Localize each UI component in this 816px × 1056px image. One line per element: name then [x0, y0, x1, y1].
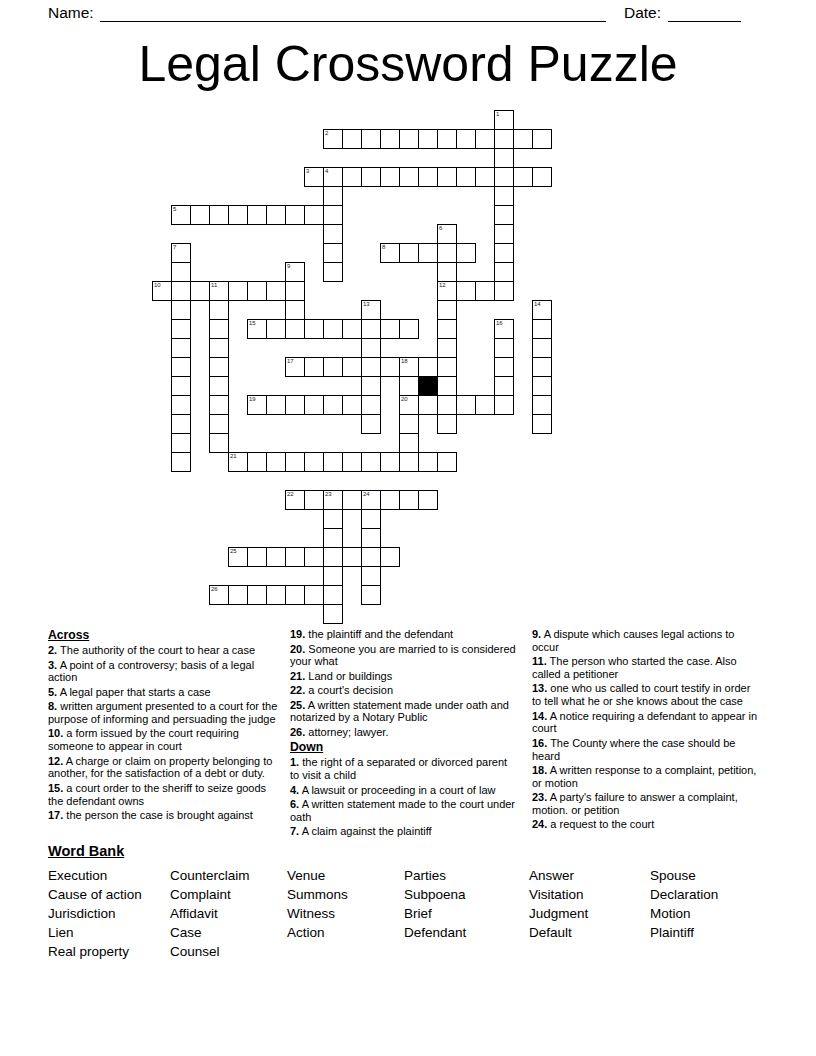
- clue-number: 6.: [290, 798, 299, 810]
- word-bank-item: Judgment: [529, 904, 588, 923]
- grid-cell[interactable]: [418, 167, 438, 187]
- clue-5: 5. A legal paper that starts a case: [48, 686, 284, 699]
- clue-15: 15. a court order to the sheriff to seiz…: [48, 782, 284, 807]
- grid-cell[interactable]: [475, 167, 495, 187]
- grid-cell[interactable]: [437, 376, 457, 396]
- clues-across-header: Across: [48, 628, 284, 642]
- grid-cell[interactable]: 12: [437, 281, 457, 301]
- grid-cell[interactable]: [361, 376, 381, 396]
- cell-number: 14: [534, 301, 541, 308]
- grid-cell[interactable]: 1: [494, 110, 514, 130]
- grid-cell[interactable]: [494, 262, 514, 282]
- grid-cell[interactable]: [190, 205, 210, 225]
- clue-column-1: Across2. The authority of the court to h…: [48, 628, 284, 824]
- grid-cell[interactable]: [323, 547, 343, 567]
- cell-number: 9: [287, 263, 290, 270]
- word-bank-item: Counsel: [170, 942, 250, 961]
- grid-cell[interactable]: [323, 528, 343, 548]
- cell-number: 25: [230, 548, 237, 555]
- grid-cell[interactable]: [399, 433, 419, 453]
- grid-cell[interactable]: [361, 585, 381, 605]
- grid-cell[interactable]: [456, 395, 476, 415]
- grid-cell[interactable]: [304, 205, 324, 225]
- grid-cell[interactable]: [418, 490, 438, 510]
- grid-cell[interactable]: 25: [228, 547, 248, 567]
- grid-cell[interactable]: [323, 205, 343, 225]
- grid-cell[interactable]: [361, 395, 381, 415]
- grid-cell[interactable]: [418, 452, 438, 472]
- clue-12: 12. A charge or claim on property belong…: [48, 755, 284, 780]
- grid-cell[interactable]: 19: [247, 395, 267, 415]
- grid-cell[interactable]: [456, 129, 476, 149]
- grid-cell[interactable]: [532, 319, 552, 339]
- grid-cell[interactable]: 10: [152, 281, 172, 301]
- grid-cell[interactable]: [361, 547, 381, 567]
- grid-cell[interactable]: [437, 262, 457, 282]
- grid-cell[interactable]: [285, 395, 305, 415]
- grid-cell[interactable]: [209, 376, 229, 396]
- grid-cell[interactable]: [266, 205, 286, 225]
- grid-cell[interactable]: [323, 452, 343, 472]
- grid-cell[interactable]: [266, 395, 286, 415]
- grid-cell[interactable]: [247, 205, 267, 225]
- clue-number: 21.: [290, 670, 305, 682]
- word-bank: Word Bank ExecutionCause of actionJurisd…: [48, 843, 788, 860]
- grid-cell[interactable]: 7: [171, 243, 191, 263]
- word-bank-item: Parties: [404, 866, 466, 885]
- grid-cell[interactable]: 5: [171, 205, 191, 225]
- grid-cell[interactable]: [532, 376, 552, 396]
- clue-number: 9.: [532, 628, 541, 640]
- grid-cell[interactable]: [437, 338, 457, 358]
- clue-number: 25.: [290, 699, 305, 711]
- grid-cell[interactable]: 15: [247, 319, 267, 339]
- grid-cell[interactable]: [361, 129, 381, 149]
- clue-number: 26.: [290, 726, 305, 738]
- grid-cell[interactable]: [342, 395, 362, 415]
- word-bank-item: Affidavit: [170, 904, 250, 923]
- cell-number: 15: [249, 320, 256, 327]
- word-bank-item: Plaintiff: [650, 923, 718, 942]
- grid-cell[interactable]: [266, 547, 286, 567]
- grid-cell[interactable]: [399, 376, 419, 396]
- grid-cell[interactable]: [437, 414, 457, 434]
- word-bank-column-2: CounterclaimComplaintAffidavitCaseCounse…: [170, 866, 250, 961]
- cell-number: 12: [439, 282, 446, 289]
- grid-cell[interactable]: [494, 376, 514, 396]
- grid-cell[interactable]: [418, 357, 438, 377]
- grid-cell[interactable]: [209, 395, 229, 415]
- clue-8: 8. written argument presented to a court…: [48, 700, 284, 725]
- grid-cell[interactable]: [342, 547, 362, 567]
- grid-cell[interactable]: [247, 452, 267, 472]
- cell-number: 11: [211, 282, 217, 289]
- clue-column-2: 19. the plaintiff and the defendant20. S…: [290, 628, 518, 840]
- grid-cell[interactable]: [380, 357, 400, 377]
- clue-column-3: 9. A dispute which causes legal actions …: [532, 628, 762, 833]
- word-bank-item: Witness: [287, 904, 348, 923]
- grid-cell[interactable]: [304, 452, 324, 472]
- clue-3: 3. A point of a controversy; basis of a …: [48, 659, 284, 684]
- word-bank-item: Case: [170, 923, 250, 942]
- grid-cell[interactable]: [380, 452, 400, 472]
- clue-number: 23.: [532, 791, 547, 803]
- cell-number: 8: [382, 244, 385, 251]
- grid-cell[interactable]: [323, 186, 343, 206]
- grid-cell[interactable]: [323, 585, 343, 605]
- word-bank-item: Counterclaim: [170, 866, 250, 885]
- word-bank-column-1: ExecutionCause of actionJurisdictionLien…: [48, 866, 142, 961]
- grid-cell[interactable]: 2: [323, 129, 343, 149]
- cell-number: 7: [173, 244, 176, 251]
- grid-cell[interactable]: [247, 281, 267, 301]
- clue-20: 20. Someone you are married to is consid…: [290, 643, 518, 668]
- cell-number: 6: [439, 225, 442, 232]
- grid-cell[interactable]: [532, 395, 552, 415]
- grid-cell[interactable]: [323, 357, 343, 377]
- grid-cell[interactable]: [209, 414, 229, 434]
- name-fill-line[interactable]: [100, 7, 606, 22]
- clue-number: 8.: [48, 700, 57, 712]
- grid-cell[interactable]: [399, 490, 419, 510]
- grid-cell[interactable]: [285, 205, 305, 225]
- page-title: Legal Crossword Puzzle: [0, 38, 816, 91]
- grid-cell[interactable]: [361, 414, 381, 434]
- clue-number: 7.: [290, 825, 299, 837]
- word-bank-item: Defendant: [404, 923, 466, 942]
- clue-13: 13. one who us called to court testify i…: [532, 682, 762, 707]
- crossword-grid: 1234567891011121314151617181920212223242…: [152, 110, 553, 625]
- grid-cell[interactable]: [228, 205, 248, 225]
- grid-cell[interactable]: [323, 395, 343, 415]
- grid-cell[interactable]: [266, 452, 286, 472]
- grid-cell[interactable]: [361, 528, 381, 548]
- grid-cell[interactable]: 18: [399, 357, 419, 377]
- grid-cell[interactable]: [475, 129, 495, 149]
- cell-number: 21: [230, 453, 237, 460]
- grid-cell[interactable]: [494, 357, 514, 377]
- cell-number: 20: [401, 396, 408, 403]
- grid-cell[interactable]: [304, 547, 324, 567]
- grid-cell[interactable]: 22: [285, 490, 305, 510]
- grid-cell[interactable]: [456, 281, 476, 301]
- clue-number: 24.: [532, 818, 547, 830]
- grid-cell[interactable]: [399, 319, 419, 339]
- grid-cell[interactable]: [494, 167, 514, 187]
- cell-number: 24: [363, 491, 370, 498]
- grid-cell[interactable]: [323, 566, 343, 586]
- clue-number: 14.: [532, 710, 547, 722]
- grid-cell[interactable]: 11: [209, 281, 229, 301]
- clue-number: 2.: [48, 644, 57, 656]
- cell-number: 10: [154, 282, 161, 289]
- clue-number: 18.: [532, 764, 547, 776]
- clue-14: 14. A notice requiring a defendant to ap…: [532, 710, 762, 735]
- word-bank-item: Brief: [404, 904, 466, 923]
- grid-cell[interactable]: [209, 433, 229, 453]
- grid-cell[interactable]: [361, 338, 381, 358]
- grid-cell[interactable]: [209, 357, 229, 377]
- grid-cell[interactable]: [247, 585, 267, 605]
- grid-cell[interactable]: [228, 281, 248, 301]
- clue-10: 10. a form issued by the court requiring…: [48, 727, 284, 752]
- grid-cell[interactable]: [285, 319, 305, 339]
- grid-cell[interactable]: [437, 129, 457, 149]
- grid-cell[interactable]: [361, 509, 381, 529]
- grid-cell[interactable]: [399, 452, 419, 472]
- clue-number: 20.: [290, 643, 305, 655]
- grid-cell[interactable]: [513, 129, 533, 149]
- grid-cell[interactable]: [494, 281, 514, 301]
- grid-cell[interactable]: [209, 300, 229, 320]
- grid-cell[interactable]: [304, 490, 324, 510]
- clue-25: 25. A written statement made under oath …: [290, 699, 518, 724]
- word-bank-item: Cause of action: [48, 885, 142, 904]
- clue-number: 4.: [290, 784, 299, 796]
- grid-cell[interactable]: [285, 547, 305, 567]
- grid-cell[interactable]: [494, 205, 514, 225]
- grid-cell[interactable]: [437, 243, 457, 263]
- grid-cell[interactable]: 6: [437, 224, 457, 244]
- word-bank-item: Summons: [287, 885, 348, 904]
- grid-cell[interactable]: [361, 566, 381, 586]
- grid-cell[interactable]: [171, 319, 191, 339]
- grid-cell[interactable]: [209, 205, 229, 225]
- word-bank-item: Execution: [48, 866, 142, 885]
- grid-cell[interactable]: [494, 148, 514, 168]
- grid-cell[interactable]: [228, 585, 248, 605]
- grid-cell[interactable]: [323, 604, 343, 624]
- grid-cell[interactable]: [171, 262, 191, 282]
- grid-cell[interactable]: [513, 167, 533, 187]
- clue-number: 17.: [48, 809, 63, 821]
- cell-number: 23: [325, 491, 332, 498]
- clue-number: 3.: [48, 659, 57, 671]
- clue-18: 18. A written response to a complaint, p…: [532, 764, 762, 789]
- grid-cell[interactable]: [494, 224, 514, 244]
- grid-cell[interactable]: [342, 129, 362, 149]
- grid-cell[interactable]: [494, 338, 514, 358]
- grid-cell[interactable]: 23: [323, 490, 343, 510]
- date-fill-line[interactable]: [668, 7, 741, 22]
- clues-down-header: Down: [290, 740, 518, 754]
- grid-cell[interactable]: [209, 319, 229, 339]
- clue-26: 26. attorney; lawyer.: [290, 726, 518, 739]
- word-bank-column-3: VenueSummonsWitnessAction: [287, 866, 348, 942]
- cell-number: 26: [211, 586, 218, 593]
- grid-cell[interactable]: [361, 452, 381, 472]
- clue-number: 19.: [290, 628, 305, 640]
- grid-cell[interactable]: [285, 452, 305, 472]
- grid-cell[interactable]: [171, 452, 191, 472]
- cell-number: 5: [173, 206, 176, 213]
- grid-cell[interactable]: [342, 319, 362, 339]
- grid-cell[interactable]: [437, 319, 457, 339]
- cell-number: 22: [287, 491, 294, 498]
- cell-number: 13: [363, 301, 370, 308]
- name-label: Name:: [48, 4, 94, 22]
- grid-cell[interactable]: [323, 262, 343, 282]
- grid-cell[interactable]: [418, 243, 438, 263]
- grid-cell[interactable]: [532, 414, 552, 434]
- clue-2: 2. The authority of the court to hear a …: [48, 644, 284, 657]
- grid-cell[interactable]: 3: [304, 167, 324, 187]
- worksheet-page: Name: Date: Legal Crossword Puzzle 12345…: [0, 0, 816, 1056]
- clue-number: 12.: [48, 755, 63, 767]
- grid-cell[interactable]: 8: [380, 243, 400, 263]
- grid-cell[interactable]: [380, 547, 400, 567]
- cell-number: 4: [325, 168, 328, 175]
- word-bank-item: Real property: [48, 942, 142, 961]
- clue-23: 23. A party's failure to answer a compla…: [532, 791, 762, 816]
- grid-cell[interactable]: [418, 129, 438, 149]
- grid-cell[interactable]: [418, 395, 438, 415]
- grid-cell[interactable]: [494, 395, 514, 415]
- grid-cell[interactable]: [342, 490, 362, 510]
- grid-cell[interactable]: [323, 224, 343, 244]
- grid-cell[interactable]: [266, 319, 286, 339]
- grid-cell[interactable]: [532, 129, 552, 149]
- clue-7: 7. A claim against the plaintiff: [290, 825, 518, 838]
- cell-number: 18: [401, 358, 408, 365]
- grid-cell[interactable]: 14: [532, 300, 552, 320]
- grid-cell[interactable]: [361, 319, 381, 339]
- cell-number: 1: [496, 111, 499, 118]
- word-bank-item: Default: [529, 923, 588, 942]
- grid-cell[interactable]: [266, 281, 286, 301]
- word-bank-item: Jurisdiction: [48, 904, 142, 923]
- clue-number: 15.: [48, 782, 63, 794]
- grid-cell[interactable]: 13: [361, 300, 381, 320]
- grid-cell[interactable]: [361, 357, 381, 377]
- grid-cell[interactable]: [380, 319, 400, 339]
- word-bank-item: Answer: [529, 866, 588, 885]
- grid-cell[interactable]: 24: [361, 490, 381, 510]
- grid-cell[interactable]: [494, 129, 514, 149]
- clue-9: 9. A dispute which causes legal actions …: [532, 628, 762, 653]
- clue-24: 24. a request to the court: [532, 818, 762, 831]
- grid-cell[interactable]: [171, 338, 191, 358]
- grid-cell[interactable]: [532, 167, 552, 187]
- word-bank-item: Subpoena: [404, 885, 466, 904]
- grid-cell[interactable]: [285, 585, 305, 605]
- word-bank-item: Declaration: [650, 885, 718, 904]
- clue-22: 22. a court's decision: [290, 684, 518, 697]
- word-bank-item: Visitation: [529, 885, 588, 904]
- word-bank-item: Lien: [48, 923, 142, 942]
- word-bank-item: Action: [287, 923, 348, 942]
- grid-cell[interactable]: [399, 167, 419, 187]
- cell-number: 19: [249, 396, 256, 403]
- grid-cell[interactable]: [342, 357, 362, 377]
- grid-cell[interactable]: [380, 129, 400, 149]
- grid-cell[interactable]: [304, 357, 324, 377]
- grid-cell[interactable]: [437, 300, 457, 320]
- grid-cell[interactable]: [380, 167, 400, 187]
- grid-cell[interactable]: [304, 319, 324, 339]
- grid-cell[interactable]: [342, 452, 362, 472]
- black-cell: [418, 376, 438, 396]
- grid-cell[interactable]: [437, 357, 457, 377]
- grid-cell[interactable]: [475, 281, 495, 301]
- clue-number: 13.: [532, 682, 547, 694]
- grid-cell[interactable]: [171, 281, 191, 301]
- grid-cell[interactable]: [171, 376, 191, 396]
- clue-number: 10.: [48, 727, 63, 739]
- clue-number: 11.: [532, 655, 547, 667]
- grid-cell[interactable]: [532, 338, 552, 358]
- clue-number: 22.: [290, 684, 305, 696]
- grid-cell[interactable]: 20: [399, 395, 419, 415]
- word-bank-item: Spouse: [650, 866, 718, 885]
- grid-cell[interactable]: [171, 357, 191, 377]
- grid-cell[interactable]: [266, 585, 286, 605]
- grid-cell[interactable]: [380, 490, 400, 510]
- grid-cell[interactable]: [399, 414, 419, 434]
- word-bank-column-6: SpouseDeclarationMotionPlaintiff: [650, 866, 718, 942]
- grid-cell[interactable]: [304, 395, 324, 415]
- grid-cell[interactable]: [494, 243, 514, 263]
- grid-cell[interactable]: [323, 319, 343, 339]
- date-label: Date:: [624, 4, 661, 22]
- grid-cell[interactable]: [247, 547, 267, 567]
- clue-21: 21. Land or buildings: [290, 670, 518, 683]
- clue-19: 19. the plaintiff and the defendant: [290, 628, 518, 641]
- grid-cell[interactable]: [399, 243, 419, 263]
- grid-cell[interactable]: [209, 338, 229, 358]
- grid-cell[interactable]: [456, 167, 476, 187]
- grid-cell[interactable]: [323, 509, 343, 529]
- grid-cell[interactable]: [190, 281, 210, 301]
- grid-cell[interactable]: [437, 395, 457, 415]
- word-bank-item: Complaint: [170, 885, 250, 904]
- word-bank-column-4: PartiesSubpoenaBriefDefendant: [404, 866, 466, 942]
- grid-cell[interactable]: [285, 300, 305, 320]
- word-bank-header: Word Bank: [48, 843, 788, 860]
- grid-cell[interactable]: 4: [323, 167, 343, 187]
- grid-cell[interactable]: [285, 281, 305, 301]
- grid-cell[interactable]: [475, 395, 495, 415]
- grid-cell[interactable]: [399, 129, 419, 149]
- grid-cell[interactable]: [171, 433, 191, 453]
- clue-number: 1.: [290, 756, 299, 768]
- grid-cell[interactable]: 21: [228, 452, 248, 472]
- grid-cell[interactable]: [171, 395, 191, 415]
- grid-cell[interactable]: [494, 186, 514, 206]
- cell-number: 3: [306, 168, 309, 175]
- grid-cell[interactable]: [456, 243, 476, 263]
- clue-number: 16.: [532, 737, 547, 749]
- grid-cell[interactable]: [304, 585, 324, 605]
- grid-cell[interactable]: [323, 243, 343, 263]
- grid-cell[interactable]: 9: [285, 262, 305, 282]
- grid-cell[interactable]: [342, 167, 362, 187]
- grid-cell[interactable]: [437, 452, 457, 472]
- grid-cell[interactable]: 26: [209, 585, 229, 605]
- grid-cell[interactable]: 16: [494, 319, 514, 339]
- grid-cell[interactable]: [171, 300, 191, 320]
- grid-cell[interactable]: [361, 167, 381, 187]
- cell-number: 17: [287, 358, 294, 365]
- grid-cell[interactable]: 17: [285, 357, 305, 377]
- cell-number: 16: [496, 320, 503, 327]
- grid-cell[interactable]: [171, 414, 191, 434]
- word-bank-item: Venue: [287, 866, 348, 885]
- clue-number: 5.: [48, 686, 57, 698]
- grid-cell[interactable]: [532, 357, 552, 377]
- clue-11: 11. The person who started the case. Als…: [532, 655, 762, 680]
- grid-cell[interactable]: [437, 167, 457, 187]
